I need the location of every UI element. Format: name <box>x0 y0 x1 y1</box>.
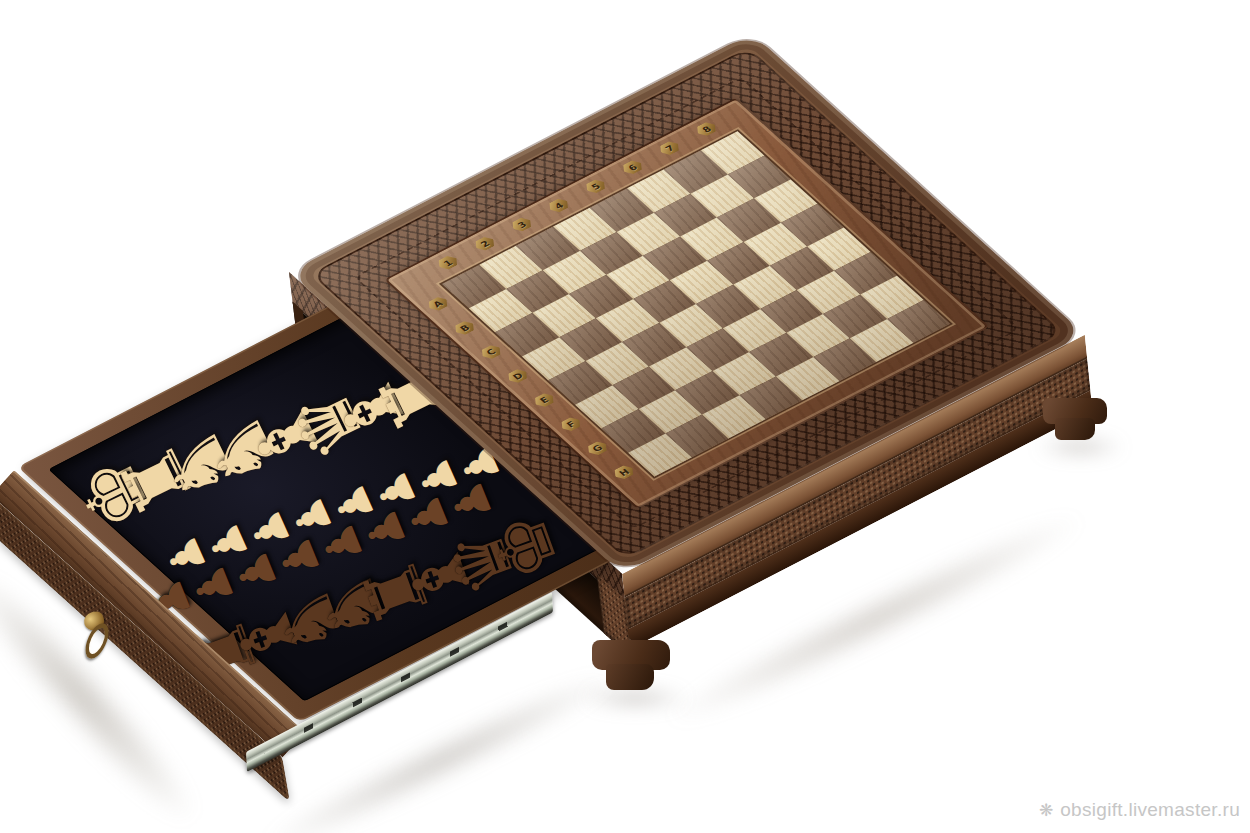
floor-shadow-foot-south <box>580 688 690 708</box>
drawer-handle[interactable] <box>74 606 118 668</box>
snowflake-flower-icon: ❋ <box>1039 800 1053 821</box>
product-photo-stage: ♚♜♞♞♝♛♝♜♟♟♟♟♟♟♟♟♟♟♟♟♟♟♟♟♜♝♞♞♜♝♛♚ 1234567… <box>0 0 1250 833</box>
watermark: ❋ obsigift.livemaster.ru <box>1039 799 1240 821</box>
floor-shadow-foot-east <box>1035 438 1125 456</box>
watermark-text: obsigift.livemaster.ru <box>1060 799 1240 821</box>
box-foot-south <box>592 640 670 670</box>
box-foot-east <box>1043 398 1107 424</box>
